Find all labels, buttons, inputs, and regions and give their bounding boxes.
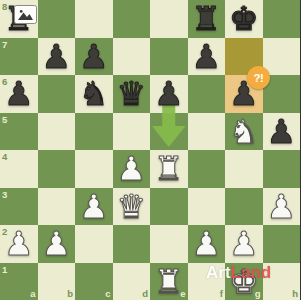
square-b8[interactable]	[38, 0, 76, 38]
square-f8[interactable]: ♜	[188, 0, 226, 38]
square-h8[interactable]	[263, 0, 301, 38]
white-pawn[interactable]: ♟	[225, 225, 263, 263]
square-a2[interactable]: 2♟	[0, 225, 38, 263]
square-a8[interactable]: 8♜	[0, 0, 38, 38]
square-d1[interactable]: d	[113, 263, 151, 300]
file-label-c: c	[105, 289, 110, 299]
rank-label-4: 4	[2, 152, 7, 162]
square-h3[interactable]: ♟	[263, 188, 301, 226]
square-b6[interactable]	[38, 75, 76, 113]
square-c5[interactable]	[75, 113, 113, 151]
square-c8[interactable]	[75, 0, 113, 38]
black-pawn[interactable]: ♟	[38, 38, 76, 76]
rank-label-3: 3	[2, 190, 7, 200]
square-e3[interactable]	[150, 188, 188, 226]
square-f6[interactable]	[188, 75, 226, 113]
file-label-a: a	[30, 289, 35, 299]
square-e8[interactable]	[150, 0, 188, 38]
black-king[interactable]: ♚	[225, 0, 263, 38]
white-pawn[interactable]: ♟	[188, 225, 226, 263]
white-pawn[interactable]: ♟	[38, 225, 76, 263]
white-pawn[interactable]: ♟	[0, 225, 38, 263]
square-d3[interactable]: ♛	[113, 188, 151, 226]
square-e1[interactable]: e♜	[150, 263, 188, 300]
square-d2[interactable]	[113, 225, 151, 263]
white-knight[interactable]: ♞	[225, 113, 263, 151]
square-b3[interactable]	[38, 188, 76, 226]
square-b7[interactable]: ♟	[38, 38, 76, 76]
square-g8[interactable]: ♚	[225, 0, 263, 38]
square-c6[interactable]: ♞	[75, 75, 113, 113]
black-pawn[interactable]: ♟	[150, 75, 188, 113]
rank-label-5: 5	[2, 115, 7, 125]
square-a1[interactable]: 1a	[0, 263, 38, 300]
square-e7[interactable]	[150, 38, 188, 76]
square-a3[interactable]: 3	[0, 188, 38, 226]
rank-label-7: 7	[2, 40, 7, 50]
square-e2[interactable]	[150, 225, 188, 263]
file-label-h: h	[292, 289, 298, 299]
move-classification-badge: ?!	[247, 66, 270, 89]
file-label-d: d	[142, 289, 148, 299]
square-h2[interactable]	[263, 225, 301, 263]
square-c2[interactable]	[75, 225, 113, 263]
square-h4[interactable]	[263, 150, 301, 188]
white-pawn[interactable]: ♟	[113, 150, 151, 188]
square-e6[interactable]: ♟	[150, 75, 188, 113]
square-c7[interactable]: ♟	[75, 38, 113, 76]
square-f2[interactable]: ♟	[188, 225, 226, 263]
square-d6[interactable]: ♛	[113, 75, 151, 113]
square-a6[interactable]: 6♟	[0, 75, 38, 113]
black-queen[interactable]: ♛	[113, 75, 151, 113]
square-f7[interactable]: ♟	[188, 38, 226, 76]
square-f3[interactable]	[188, 188, 226, 226]
square-d5[interactable]	[113, 113, 151, 151]
square-c4[interactable]	[75, 150, 113, 188]
square-f5[interactable]	[188, 113, 226, 151]
watermark: ArtLand	[206, 263, 271, 283]
white-pawn[interactable]: ♟	[75, 188, 113, 226]
square-g5[interactable]: ♞	[225, 113, 263, 151]
rank-label-1: 1	[2, 265, 7, 275]
square-c1[interactable]: c	[75, 263, 113, 300]
square-a7[interactable]: 7	[0, 38, 38, 76]
square-h5[interactable]: ♟	[263, 113, 301, 151]
square-d4[interactable]: ♟	[113, 150, 151, 188]
black-pawn[interactable]: ♟	[75, 38, 113, 76]
square-b1[interactable]: b	[38, 263, 76, 300]
black-pawn[interactable]: ♟	[263, 113, 301, 151]
square-c3[interactable]: ♟	[75, 188, 113, 226]
square-b5[interactable]	[38, 113, 76, 151]
watermark-text-red: Land	[231, 263, 272, 282]
white-queen[interactable]: ♛	[113, 188, 151, 226]
square-e4[interactable]: ♜	[150, 150, 188, 188]
watermark-text-white: Art	[206, 263, 231, 282]
white-rook[interactable]: ♜	[150, 150, 188, 188]
board-grid: 8♜♜♚7♟♟♟6♟♞♛♟♟5♞♟4♟♜3♟♛♟2♟♟♟♟1abcde♜fg♚h	[0, 0, 300, 300]
square-g3[interactable]	[225, 188, 263, 226]
square-b2[interactable]: ♟	[38, 225, 76, 263]
chess-board: 8♜♜♚7♟♟♟6♟♞♛♟♟5♞♟4♟♜3♟♛♟2♟♟♟♟1abcde♜fg♚h…	[0, 0, 300, 300]
black-pawn[interactable]: ♟	[0, 75, 38, 113]
file-label-f: f	[220, 289, 223, 299]
square-d8[interactable]	[113, 0, 151, 38]
square-g4[interactable]	[225, 150, 263, 188]
square-g2[interactable]: ♟	[225, 225, 263, 263]
picture-icon	[14, 5, 37, 24]
square-d7[interactable]	[113, 38, 151, 76]
square-e5[interactable]	[150, 113, 188, 151]
square-b4[interactable]	[38, 150, 76, 188]
square-f4[interactable]	[188, 150, 226, 188]
black-knight[interactable]: ♞	[75, 75, 113, 113]
white-pawn[interactable]: ♟	[263, 188, 301, 226]
black-pawn[interactable]: ♟	[188, 38, 226, 76]
square-a5[interactable]: 5	[0, 113, 38, 151]
file-label-b: b	[67, 289, 73, 299]
square-a4[interactable]: 4	[0, 150, 38, 188]
black-rook[interactable]: ♜	[188, 0, 226, 38]
white-rook[interactable]: ♜	[150, 263, 188, 300]
square-h7[interactable]	[263, 38, 301, 76]
dubious-move-label: ?!	[254, 72, 264, 84]
